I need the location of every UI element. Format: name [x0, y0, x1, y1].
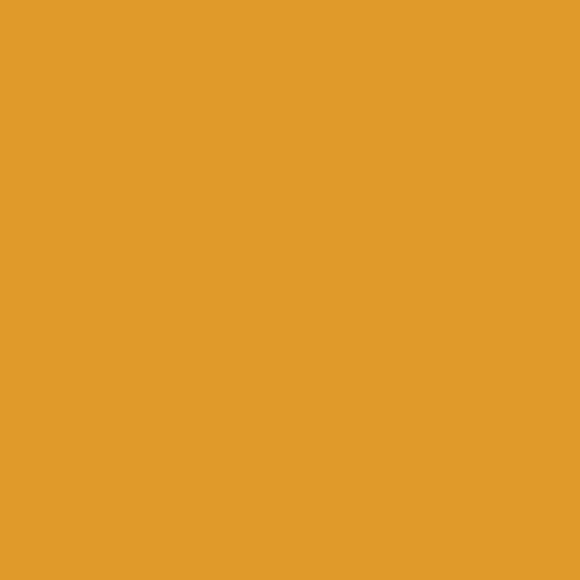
go-board[interactable]	[0, 0, 580, 580]
board-grid	[0, 0, 580, 580]
